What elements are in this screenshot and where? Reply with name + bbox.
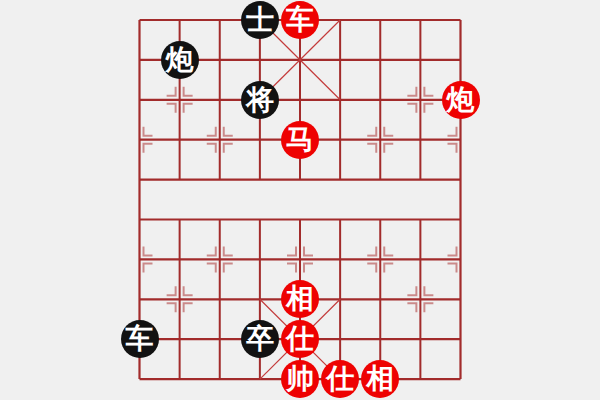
- xiangqi-board[interactable]: 士车炮将炮马相车卒仕帅仕相: [119, 0, 480, 399]
- piece-red-chariot[interactable]: 车: [281, 1, 319, 39]
- piece-red-cannon[interactable]: 炮: [442, 81, 480, 119]
- piece-black-pawn[interactable]: 卒: [241, 320, 279, 358]
- piece-red-general[interactable]: 帅: [281, 360, 319, 398]
- piece-red-advisor[interactable]: 仕: [321, 360, 359, 398]
- piece-red-horse[interactable]: 马: [281, 121, 319, 159]
- piece-red-advisor-center[interactable]: 仕: [281, 320, 319, 358]
- piece-red-elephant[interactable]: 相: [361, 360, 399, 398]
- piece-black-cannon[interactable]: 炮: [161, 41, 199, 79]
- piece-red-elephant-center[interactable]: 相: [281, 280, 319, 318]
- piece-black-chariot[interactable]: 车: [121, 320, 159, 358]
- xiangqi-board-area: 士车炮将炮马相车卒仕帅仕相: [0, 0, 600, 400]
- piece-black-advisor[interactable]: 士: [241, 1, 279, 39]
- piece-black-general[interactable]: 将: [241, 81, 279, 119]
